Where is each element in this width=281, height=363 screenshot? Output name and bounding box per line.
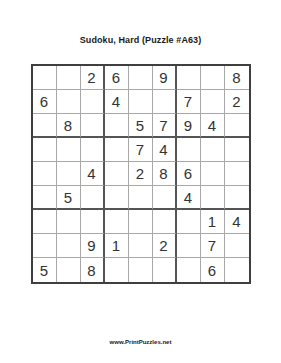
- sudoku-cell: [33, 234, 57, 258]
- sudoku-cell: [153, 90, 177, 114]
- sudoku-cell: [129, 90, 153, 114]
- sudoku-cell: 4: [177, 186, 201, 210]
- site-footer: www.PrintPuzzles.net: [0, 339, 281, 345]
- sudoku-cell: 2: [153, 234, 177, 258]
- sudoku-board: 269864728579474428654149127586: [31, 64, 251, 284]
- sudoku-cell: 2: [129, 162, 153, 186]
- sudoku-cell: [33, 114, 57, 138]
- sudoku-cell: [81, 114, 105, 138]
- sudoku-cell: [225, 234, 249, 258]
- sudoku-cell: 9: [177, 114, 201, 138]
- sudoku-cell: [201, 138, 225, 162]
- sudoku-cell: 5: [33, 258, 57, 282]
- sudoku-cell: [81, 186, 105, 210]
- sudoku-cell: 5: [129, 114, 153, 138]
- sudoku-cell: 4: [225, 210, 249, 234]
- sudoku-cell: [105, 114, 129, 138]
- sudoku-cell: [225, 138, 249, 162]
- sudoku-cell: [153, 258, 177, 282]
- sudoku-cell: [225, 258, 249, 282]
- sudoku-cell: [177, 258, 201, 282]
- sudoku-cell: [105, 210, 129, 234]
- sudoku-cell: 1: [201, 210, 225, 234]
- sudoku-cell: [177, 66, 201, 90]
- sudoku-cell: 6: [105, 66, 129, 90]
- sudoku-cell: [33, 162, 57, 186]
- sudoku-cell: 2: [81, 66, 105, 90]
- sudoku-cell: [225, 186, 249, 210]
- sudoku-cell: 4: [81, 162, 105, 186]
- sudoku-cell: [129, 234, 153, 258]
- sudoku-cell: 4: [153, 138, 177, 162]
- sudoku-cell: [57, 90, 81, 114]
- puzzle-title: Sudoku, Hard (Puzzle #A63): [0, 35, 281, 45]
- sudoku-cell: [129, 258, 153, 282]
- sudoku-cell: [57, 258, 81, 282]
- sudoku-cell: [57, 162, 81, 186]
- sudoku-cell: 4: [201, 114, 225, 138]
- sudoku-cell: [33, 66, 57, 90]
- sudoku-cell: 6: [201, 258, 225, 282]
- sudoku-cell: 7: [129, 138, 153, 162]
- sudoku-cell: [105, 162, 129, 186]
- sudoku-cell: [201, 186, 225, 210]
- sudoku-cell: [57, 234, 81, 258]
- puzzle-page: Sudoku, Hard (Puzzle #A63) 2698647285794…: [0, 0, 281, 363]
- sudoku-cell: [129, 210, 153, 234]
- sudoku-cell: [177, 210, 201, 234]
- sudoku-cell: [201, 162, 225, 186]
- sudoku-cell: [177, 138, 201, 162]
- sudoku-cell: 8: [57, 114, 81, 138]
- sudoku-cell: [33, 186, 57, 210]
- sudoku-cell: 8: [81, 258, 105, 282]
- sudoku-cell: [201, 66, 225, 90]
- sudoku-cell: [81, 210, 105, 234]
- sudoku-cell: [225, 114, 249, 138]
- sudoku-cell: 6: [33, 90, 57, 114]
- sudoku-cell: 7: [201, 234, 225, 258]
- sudoku-cell: [153, 210, 177, 234]
- sudoku-cell: [153, 186, 177, 210]
- sudoku-cell: [105, 138, 129, 162]
- sudoku-cell: 7: [177, 90, 201, 114]
- sudoku-cell: 6: [177, 162, 201, 186]
- sudoku-cell: [225, 162, 249, 186]
- sudoku-cell: 4: [105, 90, 129, 114]
- sudoku-cell: [129, 186, 153, 210]
- sudoku-cell: [105, 258, 129, 282]
- sudoku-cell: [201, 90, 225, 114]
- sudoku-cell: [57, 210, 81, 234]
- sudoku-cell: 9: [153, 66, 177, 90]
- sudoku-cell: 9: [81, 234, 105, 258]
- sudoku-cell: [81, 90, 105, 114]
- sudoku-cell: [57, 138, 81, 162]
- sudoku-cell: 8: [153, 162, 177, 186]
- sudoku-cell: 7: [153, 114, 177, 138]
- sudoku-cell: [129, 66, 153, 90]
- sudoku-cell: [33, 210, 57, 234]
- sudoku-cell: 1: [105, 234, 129, 258]
- sudoku-cell: [57, 66, 81, 90]
- sudoku-cell: 5: [57, 186, 81, 210]
- sudoku-cell: 8: [225, 66, 249, 90]
- sudoku-cell: [105, 186, 129, 210]
- sudoku-cell: [33, 138, 57, 162]
- sudoku-cell: [81, 138, 105, 162]
- sudoku-cell: 2: [225, 90, 249, 114]
- sudoku-cell: [177, 234, 201, 258]
